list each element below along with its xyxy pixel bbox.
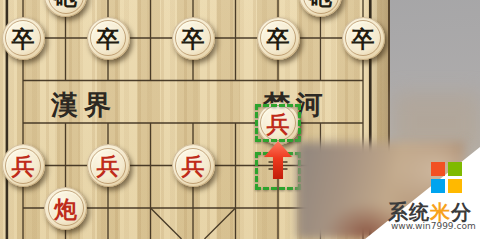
- piece-glyph: 卒: [267, 27, 290, 50]
- piece-glyph: 卒: [352, 27, 375, 50]
- screenshot-stage: 漢界 楚河 砲砲卒卒卒卒卒兵兵兵兵炮 系统米分 www.win7999.com: [0, 0, 480, 239]
- piece-red-soldier[interactable]: 兵: [172, 144, 215, 187]
- piece-black-soldier[interactable]: 卒: [87, 17, 130, 60]
- piece-black-soldier[interactable]: 卒: [2, 17, 45, 60]
- destination-square-highlight: [255, 104, 301, 142]
- piece-glyph: 兵: [97, 154, 120, 177]
- piece-red-soldier[interactable]: 兵: [87, 144, 130, 187]
- windows-logo-blue-square: [431, 179, 445, 193]
- windows-logo-red-square: [431, 162, 445, 176]
- piece-glyph: 兵: [12, 154, 35, 177]
- piece-glyph: 砲: [54, 0, 77, 7]
- piece-glyph: 卒: [12, 27, 35, 50]
- piece-glyph: 炮: [54, 197, 77, 220]
- piece-red-soldier[interactable]: 兵: [2, 144, 45, 187]
- piece-black-soldier[interactable]: 卒: [257, 17, 300, 60]
- river-label-hanjie: 漢界: [51, 87, 117, 123]
- piece-black-soldier[interactable]: 卒: [342, 17, 385, 60]
- piece-glyph: 砲: [309, 0, 332, 7]
- windows-logo-green-square: [448, 162, 462, 176]
- piece-glyph: 兵: [182, 154, 205, 177]
- piece-black-soldier[interactable]: 卒: [172, 17, 215, 60]
- watermark-url: www.win7999.com: [391, 221, 476, 231]
- piece-glyph: 卒: [182, 27, 205, 50]
- windows-logo-icon: [431, 162, 462, 193]
- windows-logo-yellow-square: [448, 179, 462, 193]
- piece-glyph: 卒: [97, 27, 120, 50]
- piece-red-cannon[interactable]: 炮: [44, 187, 87, 230]
